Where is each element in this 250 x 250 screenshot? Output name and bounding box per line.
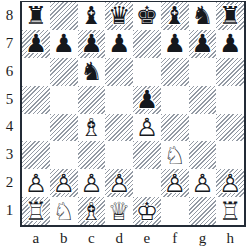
square-h6[interactable]	[216, 58, 244, 86]
piece-black-P-g7: ♟♟	[189, 30, 217, 58]
white-B-glyph-icon: ♗	[78, 197, 106, 225]
black-P-glyph-icon: ♟	[78, 30, 106, 58]
square-e2[interactable]	[133, 169, 161, 197]
white-P-glyph-icon: ♙	[78, 169, 106, 197]
white-R-glyph-icon: ♖	[216, 197, 244, 225]
square-f8[interactable]: ♝♝	[161, 2, 189, 30]
square-b1[interactable]: ♞♘	[50, 197, 78, 225]
rank-label-6: 6	[0, 58, 19, 86]
white-P-glyph-icon: ♙	[189, 169, 217, 197]
square-a3[interactable]	[22, 141, 50, 169]
square-h7[interactable]: ♟♟	[216, 30, 244, 58]
square-d2[interactable]: ♟♙	[105, 169, 133, 197]
piece-white-P-f2: ♟♙	[161, 169, 189, 197]
square-c2[interactable]: ♟♙	[78, 169, 106, 197]
piece-white-Q-d1: ♛♕	[105, 197, 133, 225]
white-P-glyph-icon: ♙	[216, 169, 244, 197]
piece-black-P-c7: ♟♟	[78, 30, 106, 58]
square-d3[interactable]	[105, 141, 133, 169]
square-d5[interactable]	[105, 86, 133, 114]
square-e3[interactable]	[133, 141, 161, 169]
white-P-glyph-icon: ♙	[105, 169, 133, 197]
piece-black-P-f7: ♟♟	[161, 30, 189, 58]
square-e5[interactable]: ♟♟	[133, 86, 161, 114]
square-c5[interactable]	[78, 86, 106, 114]
rank-label-4: 4	[0, 113, 19, 141]
square-b6[interactable]	[50, 58, 78, 86]
square-g3[interactable]	[189, 141, 217, 169]
square-b8[interactable]	[50, 2, 78, 30]
square-a2[interactable]: ♟♙	[22, 169, 50, 197]
white-K-glyph-icon: ♔	[133, 197, 161, 225]
rank-label-3: 3	[0, 141, 19, 169]
piece-black-K-e8: ♚♚	[133, 2, 161, 30]
piece-black-Q-d8: ♛♛	[105, 2, 133, 30]
square-c1[interactable]: ♝♗	[78, 197, 106, 225]
chess-board: ♜♜♝♝♛♛♚♚♝♝♞♞♜♜♟♟♟♟♟♟♟♟♟♟♟♟♟♟♞♞♟♟♝♗♟♙♞♘♟♙…	[20, 1, 246, 227]
piece-white-P-e4: ♟♙	[133, 114, 161, 142]
square-g1[interactable]	[189, 197, 217, 225]
square-f1[interactable]	[161, 197, 189, 225]
black-P-glyph-icon: ♟	[22, 30, 50, 58]
file-label-e: e	[133, 229, 161, 248]
file-label-c: c	[78, 229, 106, 248]
square-a8[interactable]: ♜♜	[22, 2, 50, 30]
piece-white-P-g2: ♟♙	[189, 169, 217, 197]
rank-label-2: 2	[0, 169, 19, 197]
square-f5[interactable]	[161, 86, 189, 114]
rank-labels: 87654321	[0, 2, 19, 224]
square-g2[interactable]: ♟♙	[189, 169, 217, 197]
square-d7[interactable]: ♟♟	[105, 30, 133, 58]
square-h4[interactable]	[216, 114, 244, 142]
square-e7[interactable]	[133, 30, 161, 58]
square-c7[interactable]: ♟♟	[78, 30, 106, 58]
white-P-glyph-icon: ♙	[22, 169, 50, 197]
file-label-h: h	[216, 229, 244, 248]
square-b5[interactable]	[50, 86, 78, 114]
piece-black-P-h7: ♟♟	[216, 30, 244, 58]
piece-white-N-f3: ♞♘	[161, 141, 189, 169]
black-K-glyph-icon: ♚	[133, 2, 161, 30]
square-d6[interactable]	[105, 58, 133, 86]
rank-label-5: 5	[0, 85, 19, 113]
square-g4[interactable]	[189, 114, 217, 142]
white-B-glyph-icon: ♗	[78, 114, 106, 142]
file-label-f: f	[161, 229, 189, 248]
black-B-glyph-icon: ♝	[161, 2, 189, 30]
black-R-glyph-icon: ♜	[22, 2, 50, 30]
black-N-glyph-icon: ♞	[189, 2, 217, 30]
piece-black-P-e5: ♟♟	[133, 86, 161, 114]
piece-black-B-f8: ♝♝	[161, 2, 189, 30]
black-R-glyph-icon: ♜	[216, 2, 244, 30]
square-b2[interactable]: ♟♙	[50, 169, 78, 197]
white-P-glyph-icon: ♙	[133, 114, 161, 142]
square-f3[interactable]: ♞♘	[161, 141, 189, 169]
rank-label-7: 7	[0, 30, 19, 58]
square-g7[interactable]: ♟♟	[189, 30, 217, 58]
square-h8[interactable]: ♜♜	[216, 2, 244, 30]
black-B-glyph-icon: ♝	[78, 2, 106, 30]
square-e4[interactable]: ♟♙	[133, 114, 161, 142]
square-a7[interactable]: ♟♟	[22, 30, 50, 58]
piece-black-P-d7: ♟♟	[105, 30, 133, 58]
black-P-glyph-icon: ♟	[133, 86, 161, 114]
piece-white-K-e1: ♚♔	[133, 197, 161, 225]
square-g8[interactable]: ♞♞	[189, 2, 217, 30]
square-f6[interactable]	[161, 58, 189, 86]
white-N-glyph-icon: ♘	[50, 197, 78, 225]
piece-white-B-c4: ♝♗	[78, 114, 106, 142]
white-Q-glyph-icon: ♕	[105, 197, 133, 225]
piece-black-R-a8: ♜♜	[22, 2, 50, 30]
square-b7[interactable]: ♟♟	[50, 30, 78, 58]
square-c6[interactable]: ♞♞	[78, 58, 106, 86]
file-label-g: g	[189, 229, 217, 248]
chess-diagram: 87654321 ♜♜♝♝♛♛♚♚♝♝♞♞♜♜♟♟♟♟♟♟♟♟♟♟♟♟♟♟♞♞♟…	[0, 0, 250, 250]
piece-white-P-h2: ♟♙	[216, 169, 244, 197]
piece-black-P-a7: ♟♟	[22, 30, 50, 58]
rank-label-1: 1	[0, 196, 19, 224]
piece-white-R-a1: ♜♖	[22, 197, 50, 225]
white-R-glyph-icon: ♖	[22, 197, 50, 225]
square-e8[interactable]: ♚♚	[133, 2, 161, 30]
white-P-glyph-icon: ♙	[161, 169, 189, 197]
piece-white-P-b2: ♟♙	[50, 169, 78, 197]
piece-black-N-g8: ♞♞	[189, 2, 217, 30]
square-b3[interactable]	[50, 141, 78, 169]
black-Q-glyph-icon: ♛	[105, 2, 133, 30]
square-d8[interactable]: ♛♛	[105, 2, 133, 30]
square-h3[interactable]	[216, 141, 244, 169]
file-label-b: b	[50, 229, 78, 248]
piece-black-B-c8: ♝♝	[78, 2, 106, 30]
piece-black-N-c6: ♞♞	[78, 58, 106, 86]
square-h1[interactable]: ♜♖	[216, 197, 244, 225]
black-P-glyph-icon: ♟	[105, 30, 133, 58]
square-c3[interactable]	[78, 141, 106, 169]
square-b4[interactable]	[50, 114, 78, 142]
piece-white-P-d2: ♟♙	[105, 169, 133, 197]
piece-white-N-b1: ♞♘	[50, 197, 78, 225]
square-a1[interactable]: ♜♖	[22, 197, 50, 225]
square-e6[interactable]	[133, 58, 161, 86]
square-a5[interactable]	[22, 86, 50, 114]
square-f2[interactable]: ♟♙	[161, 169, 189, 197]
square-g5[interactable]	[189, 86, 217, 114]
square-h5[interactable]	[216, 86, 244, 114]
white-N-glyph-icon: ♘	[161, 141, 189, 169]
square-c8[interactable]: ♝♝	[78, 2, 106, 30]
black-P-glyph-icon: ♟	[216, 30, 244, 58]
piece-white-R-h1: ♜♖	[216, 197, 244, 225]
black-P-glyph-icon: ♟	[161, 30, 189, 58]
square-g6[interactable]	[189, 58, 217, 86]
piece-black-R-h8: ♜♜	[216, 2, 244, 30]
square-c4[interactable]: ♝♗	[78, 114, 106, 142]
square-d4[interactable]	[105, 114, 133, 142]
square-a6[interactable]	[22, 58, 50, 86]
piece-white-B-c1: ♝♗	[78, 197, 106, 225]
square-e1[interactable]: ♚♔	[133, 197, 161, 225]
piece-white-P-c2: ♟♙	[78, 169, 106, 197]
black-N-glyph-icon: ♞	[78, 58, 106, 86]
rank-label-8: 8	[0, 2, 19, 30]
file-labels: abcdefgh	[22, 229, 244, 248]
square-f7[interactable]: ♟♟	[161, 30, 189, 58]
black-P-glyph-icon: ♟	[50, 30, 78, 58]
square-f4[interactable]	[161, 114, 189, 142]
piece-white-P-a2: ♟♙	[22, 169, 50, 197]
square-a4[interactable]	[22, 114, 50, 142]
square-d1[interactable]: ♛♕	[105, 197, 133, 225]
file-label-a: a	[22, 229, 50, 248]
black-P-glyph-icon: ♟	[189, 30, 217, 58]
file-label-d: d	[105, 229, 133, 248]
piece-black-P-b7: ♟♟	[50, 30, 78, 58]
square-h2[interactable]: ♟♙	[216, 169, 244, 197]
white-P-glyph-icon: ♙	[50, 169, 78, 197]
